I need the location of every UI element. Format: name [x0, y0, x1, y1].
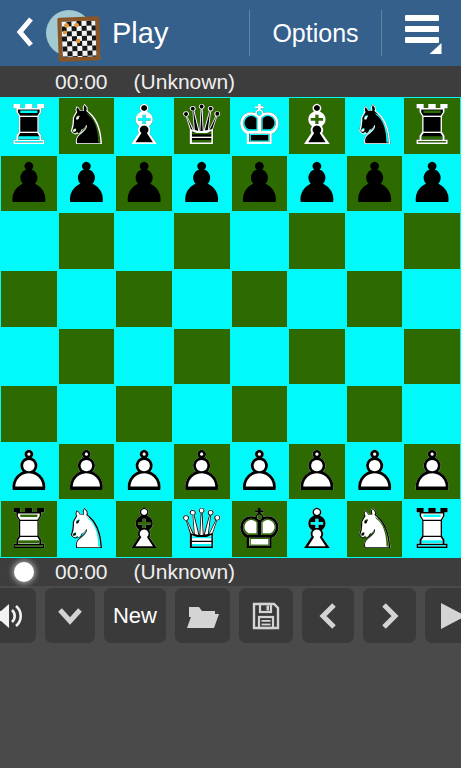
square-b3[interactable] — [58, 385, 116, 443]
white-rook: ♜♖ — [0, 500, 58, 558]
square-a7[interactable]: ♟ — [0, 155, 58, 213]
black-player-name: (Unknown) — [134, 70, 236, 94]
square-f7[interactable]: ♟ — [288, 155, 346, 213]
black-pawn: ♟ — [115, 155, 173, 213]
square-f1[interactable]: ♝♗ — [288, 500, 346, 558]
white-pawn: ♟♙ — [403, 443, 461, 501]
black-pawn: ♟ — [58, 155, 116, 213]
play-engine-button[interactable] — [425, 588, 461, 643]
black-pawn: ♟ — [288, 155, 346, 213]
black-clock-row: 00:00 (Unknown) — [0, 66, 461, 97]
square-g7[interactable]: ♟ — [346, 155, 404, 213]
play-triangle-icon — [439, 601, 461, 631]
white-turn-indicator — [14, 562, 34, 582]
black-queen: ♛♕ — [173, 97, 231, 155]
white-pawn: ♟♙ — [0, 443, 58, 501]
menu-list-icon — [405, 12, 439, 54]
black-rook: ♜♖ — [0, 97, 58, 155]
move-back-button[interactable] — [302, 588, 354, 643]
square-d2[interactable]: ♟♙ — [173, 443, 231, 501]
square-h5[interactable] — [403, 270, 461, 328]
square-b5[interactable] — [58, 270, 116, 328]
square-d8[interactable]: ♛♕ — [173, 97, 231, 155]
square-f6[interactable] — [288, 212, 346, 270]
square-d3[interactable] — [173, 385, 231, 443]
black-bishop: ♝♗ — [288, 97, 346, 155]
square-e2[interactable]: ♟♙ — [231, 443, 289, 501]
chevron-left-icon — [317, 600, 339, 632]
white-queen: ♛♕ — [173, 500, 231, 558]
square-h2[interactable]: ♟♙ — [403, 443, 461, 501]
square-h8[interactable]: ♜♖ — [403, 97, 461, 155]
overflow-menu-button[interactable] — [382, 0, 461, 66]
white-pawn: ♟♙ — [231, 443, 289, 501]
square-a1[interactable]: ♜♖ — [0, 500, 58, 558]
square-e6[interactable] — [231, 212, 289, 270]
open-file-button[interactable] — [175, 588, 230, 643]
square-a5[interactable] — [0, 270, 58, 328]
square-c5[interactable] — [115, 270, 173, 328]
black-king: ♚♔ — [231, 97, 289, 155]
square-e3[interactable] — [231, 385, 289, 443]
black-pawn: ♟ — [231, 155, 289, 213]
square-b2[interactable]: ♟♙ — [58, 443, 116, 501]
white-pawn: ♟♙ — [173, 443, 231, 501]
page-title: Play — [112, 17, 249, 50]
chevron-down-icon — [54, 605, 86, 627]
folder-open-icon — [186, 602, 220, 630]
white-bishop: ♝♗ — [115, 500, 173, 558]
speaker-icon — [0, 600, 25, 632]
white-pawn: ♟♙ — [58, 443, 116, 501]
back-chevron-icon — [15, 16, 35, 51]
white-bishop: ♝♗ — [288, 500, 346, 558]
square-a8[interactable]: ♜♖ — [0, 97, 58, 155]
square-a2[interactable]: ♟♙ — [0, 443, 58, 501]
save-game-button[interactable] — [239, 588, 293, 643]
black-clock-time: 00:00 — [55, 70, 108, 94]
square-h4[interactable] — [403, 328, 461, 386]
white-pawn: ♟♙ — [346, 443, 404, 501]
square-g4[interactable] — [346, 328, 404, 386]
square-h6[interactable] — [403, 212, 461, 270]
white-knight: ♞♘ — [346, 500, 404, 558]
game-toolbar: New — [0, 588, 461, 643]
square-c1[interactable]: ♝♗ — [115, 500, 173, 558]
white-rook: ♜♖ — [403, 500, 461, 558]
square-b4[interactable] — [58, 328, 116, 386]
app-chessboard-icon — [44, 0, 102, 66]
white-player-name: (Unknown) — [134, 560, 236, 584]
back-button[interactable] — [6, 0, 44, 66]
square-c2[interactable]: ♟♙ — [115, 443, 173, 501]
square-c3[interactable] — [115, 385, 173, 443]
black-rook: ♜♖ — [403, 97, 461, 155]
square-a6[interactable] — [0, 212, 58, 270]
square-h7[interactable]: ♟ — [403, 155, 461, 213]
square-f5[interactable] — [288, 270, 346, 328]
white-knight: ♞♘ — [58, 500, 116, 558]
chevron-right-icon — [379, 600, 401, 632]
square-h1[interactable]: ♜♖ — [403, 500, 461, 558]
square-c4[interactable] — [115, 328, 173, 386]
white-clock-time: 00:00 — [55, 560, 108, 584]
square-c6[interactable] — [115, 212, 173, 270]
square-d6[interactable] — [173, 212, 231, 270]
square-f8[interactable]: ♝♗ — [288, 97, 346, 155]
floppy-disk-icon — [251, 601, 281, 631]
square-g1[interactable]: ♞♘ — [346, 500, 404, 558]
square-c8[interactable]: ♝♗ — [115, 97, 173, 155]
square-e8[interactable]: ♚♔ — [231, 97, 289, 155]
black-bishop: ♝♗ — [115, 97, 173, 155]
square-e5[interactable] — [231, 270, 289, 328]
volume-button[interactable] — [0, 588, 36, 643]
square-h3[interactable] — [403, 385, 461, 443]
square-d4[interactable] — [173, 328, 231, 386]
bottom-panel: New — [0, 586, 461, 768]
black-knight: ♞♘ — [58, 97, 116, 155]
square-g8[interactable]: ♞♘ — [346, 97, 404, 155]
square-f4[interactable] — [288, 328, 346, 386]
app-icon-board — [57, 16, 101, 61]
square-d7[interactable]: ♟ — [173, 155, 231, 213]
square-g3[interactable] — [346, 385, 404, 443]
square-a3[interactable] — [0, 385, 58, 443]
white-clock-row: 00:00 (Unknown) — [0, 558, 461, 586]
square-e1[interactable]: ♚♔ — [231, 500, 289, 558]
black-pawn: ♟ — [0, 155, 58, 213]
white-king: ♚♔ — [231, 500, 289, 558]
black-knight: ♞♘ — [346, 97, 404, 155]
square-f2[interactable]: ♟♙ — [288, 443, 346, 501]
square-b7[interactable]: ♟ — [58, 155, 116, 213]
white-pawn: ♟♙ — [288, 443, 346, 501]
square-d5[interactable] — [173, 270, 231, 328]
square-c7[interactable]: ♟ — [115, 155, 173, 213]
square-b6[interactable] — [58, 212, 116, 270]
move-forward-button[interactable] — [363, 588, 416, 643]
black-pawn: ♟ — [173, 155, 231, 213]
square-b8[interactable]: ♞♘ — [58, 97, 116, 155]
square-e4[interactable] — [231, 328, 289, 386]
square-a4[interactable] — [0, 328, 58, 386]
square-g6[interactable] — [346, 212, 404, 270]
square-e7[interactable]: ♟ — [231, 155, 289, 213]
square-g2[interactable]: ♟♙ — [346, 443, 404, 501]
square-d1[interactable]: ♛♕ — [173, 500, 231, 558]
square-b1[interactable]: ♞♘ — [58, 500, 116, 558]
black-turn-indicator — [14, 72, 34, 92]
square-g5[interactable] — [346, 270, 404, 328]
square-f3[interactable] — [288, 385, 346, 443]
white-pawn: ♟♙ — [115, 443, 173, 501]
black-pawn: ♟ — [403, 155, 461, 213]
action-bar: Play Options — [0, 0, 461, 66]
chess-board[interactable]: ♜♖♞♘♝♗♛♕♚♔♝♗♞♘♜♖♟♟♟♟♟♟♟♟♟♙♟♙♟♙♟♙♟♙♟♙♟♙♟♙… — [0, 97, 461, 558]
new-game-button[interactable]: New — [104, 588, 166, 643]
options-button[interactable]: Options — [250, 0, 381, 66]
black-pawn: ♟ — [346, 155, 404, 213]
engine-dropdown-button[interactable] — [45, 588, 95, 643]
